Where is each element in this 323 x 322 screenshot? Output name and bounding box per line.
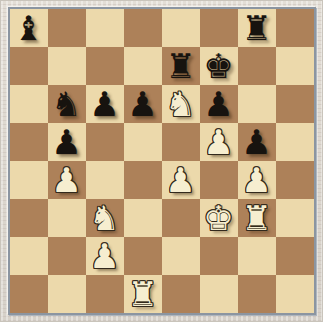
square-g6[interactable] [238, 85, 276, 123]
square-a6[interactable] [10, 85, 48, 123]
piece-black-pawn[interactable]: ♟ [89, 85, 119, 123]
square-g1[interactable] [238, 275, 276, 313]
square-e5[interactable] [162, 123, 200, 161]
square-e8[interactable] [162, 9, 200, 47]
square-f6[interactable]: ♟ [200, 85, 238, 123]
square-g4[interactable]: ♟ [238, 161, 276, 199]
board-frame: ♝♜♜♚♞♟♟♞♟♟♟♟♟♟♟♞♚♜♟♜ [0, 0, 323, 322]
square-h1[interactable] [276, 275, 314, 313]
square-g7[interactable] [238, 47, 276, 85]
square-b7[interactable] [48, 47, 86, 85]
square-h2[interactable] [276, 237, 314, 275]
square-b1[interactable] [48, 275, 86, 313]
square-a1[interactable] [10, 275, 48, 313]
square-f2[interactable] [200, 237, 238, 275]
square-d5[interactable] [124, 123, 162, 161]
chess-board: ♝♜♜♚♞♟♟♞♟♟♟♟♟♟♟♞♚♜♟♜ [10, 9, 314, 313]
square-b4[interactable]: ♟ [48, 161, 86, 199]
square-f3[interactable]: ♚ [200, 199, 238, 237]
square-f8[interactable] [200, 9, 238, 47]
piece-black-rook[interactable]: ♜ [241, 9, 271, 47]
piece-white-pawn[interactable]: ♟ [89, 237, 119, 275]
square-a7[interactable] [10, 47, 48, 85]
square-f7[interactable]: ♚ [200, 47, 238, 85]
square-d7[interactable] [124, 47, 162, 85]
square-d2[interactable] [124, 237, 162, 275]
square-a2[interactable] [10, 237, 48, 275]
piece-white-pawn[interactable]: ♟ [51, 161, 81, 199]
board-inner-rim: ♝♜♜♚♞♟♟♞♟♟♟♟♟♟♟♞♚♜♟♜ [8, 7, 316, 315]
square-h8[interactable] [276, 9, 314, 47]
piece-white-rook[interactable]: ♜ [241, 199, 271, 237]
square-c6[interactable]: ♟ [86, 85, 124, 123]
square-c7[interactable] [86, 47, 124, 85]
square-b5[interactable]: ♟ [48, 123, 86, 161]
square-a8[interactable]: ♝ [10, 9, 48, 47]
square-g3[interactable]: ♜ [238, 199, 276, 237]
square-h6[interactable] [276, 85, 314, 123]
piece-white-king[interactable]: ♚ [203, 199, 233, 237]
square-f4[interactable] [200, 161, 238, 199]
square-e1[interactable] [162, 275, 200, 313]
square-d3[interactable] [124, 199, 162, 237]
square-c4[interactable] [86, 161, 124, 199]
square-h7[interactable] [276, 47, 314, 85]
piece-white-pawn[interactable]: ♟ [203, 123, 233, 161]
square-g5[interactable]: ♟ [238, 123, 276, 161]
piece-white-knight[interactable]: ♞ [165, 85, 195, 123]
square-c8[interactable] [86, 9, 124, 47]
square-d4[interactable] [124, 161, 162, 199]
square-b6[interactable]: ♞ [48, 85, 86, 123]
piece-white-pawn[interactable]: ♟ [241, 161, 271, 199]
square-e2[interactable] [162, 237, 200, 275]
piece-black-king[interactable]: ♚ [203, 47, 233, 85]
square-h3[interactable] [276, 199, 314, 237]
square-b3[interactable] [48, 199, 86, 237]
square-g8[interactable]: ♜ [238, 9, 276, 47]
square-c2[interactable]: ♟ [86, 237, 124, 275]
square-e4[interactable]: ♟ [162, 161, 200, 199]
square-f5[interactable]: ♟ [200, 123, 238, 161]
square-e6[interactable]: ♞ [162, 85, 200, 123]
square-b8[interactable] [48, 9, 86, 47]
square-e7[interactable]: ♜ [162, 47, 200, 85]
piece-black-bishop[interactable]: ♝ [13, 9, 43, 47]
piece-black-knight[interactable]: ♞ [51, 85, 81, 123]
square-d1[interactable]: ♜ [124, 275, 162, 313]
chessboard-screenshot: ♝♜♜♚♞♟♟♞♟♟♟♟♟♟♟♞♚♜♟♜ [0, 0, 323, 322]
square-c3[interactable]: ♞ [86, 199, 124, 237]
piece-black-pawn[interactable]: ♟ [241, 123, 271, 161]
square-d8[interactable] [124, 9, 162, 47]
piece-black-pawn[interactable]: ♟ [127, 85, 157, 123]
square-c1[interactable] [86, 275, 124, 313]
piece-white-knight[interactable]: ♞ [89, 199, 119, 237]
piece-black-rook[interactable]: ♜ [165, 47, 195, 85]
piece-white-rook[interactable]: ♜ [127, 275, 157, 313]
square-a5[interactable] [10, 123, 48, 161]
square-h4[interactable] [276, 161, 314, 199]
piece-black-pawn[interactable]: ♟ [51, 123, 81, 161]
square-a3[interactable] [10, 199, 48, 237]
square-b2[interactable] [48, 237, 86, 275]
square-f1[interactable] [200, 275, 238, 313]
piece-white-pawn[interactable]: ♟ [165, 161, 195, 199]
square-d6[interactable]: ♟ [124, 85, 162, 123]
square-a4[interactable] [10, 161, 48, 199]
square-e3[interactable] [162, 199, 200, 237]
piece-black-pawn[interactable]: ♟ [203, 85, 233, 123]
square-c5[interactable] [86, 123, 124, 161]
square-h5[interactable] [276, 123, 314, 161]
square-g2[interactable] [238, 237, 276, 275]
